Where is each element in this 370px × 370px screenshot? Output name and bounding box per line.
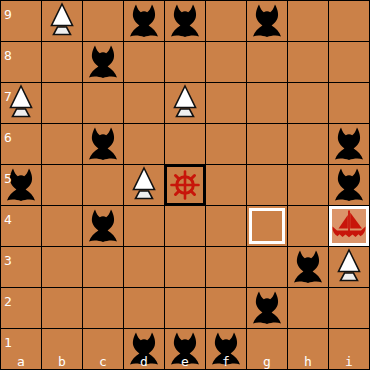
square-a1[interactable]: 1a (1, 329, 41, 369)
square-i6[interactable] (329, 124, 369, 164)
piece-white-triangle-pawn[interactable] (124, 165, 164, 205)
square-e9[interactable] (165, 1, 205, 41)
square-i5[interactable] (329, 165, 369, 205)
black-raven-icon (247, 1, 287, 41)
square-f8[interactable] (206, 42, 246, 82)
piece-black-raven-pawn[interactable] (247, 1, 287, 41)
square-e4[interactable] (165, 206, 205, 246)
square-i1[interactable]: i (329, 329, 369, 369)
square-e1[interactable]: e (165, 329, 205, 369)
square-a7[interactable]: 7 (1, 83, 41, 123)
square-i9[interactable] (329, 1, 369, 41)
file-label-f: f (222, 355, 230, 368)
black-raven-icon (288, 247, 328, 287)
square-c6[interactable] (83, 124, 123, 164)
square-f2[interactable] (206, 288, 246, 328)
square-i7[interactable] (329, 83, 369, 123)
square-d1[interactable]: d (124, 329, 164, 369)
square-g8[interactable] (247, 42, 287, 82)
white-pawn-icon (329, 247, 369, 287)
square-h1[interactable]: h (288, 329, 328, 369)
square-a6[interactable]: 6 (1, 124, 41, 164)
square-b4[interactable] (42, 206, 82, 246)
file-label-d: d (140, 355, 148, 368)
file-label-i: i (345, 355, 353, 368)
square-b5[interactable] (42, 165, 82, 205)
black-raven-icon (124, 1, 164, 41)
square-f4[interactable] (206, 206, 246, 246)
game-board: 987654321abcdefghi (0, 0, 370, 370)
square-c5[interactable] (83, 165, 123, 205)
square-b6[interactable] (42, 124, 82, 164)
square-e7[interactable] (165, 83, 205, 123)
square-i2[interactable] (329, 288, 369, 328)
square-f3[interactable] (206, 247, 246, 287)
square-e6[interactable] (165, 124, 205, 164)
square-h8[interactable] (288, 42, 328, 82)
square-d7[interactable] (124, 83, 164, 123)
rank-label-1: 1 (4, 336, 12, 349)
rank-label-5: 5 (4, 172, 12, 185)
square-h2[interactable] (288, 288, 328, 328)
black-raven-icon (329, 124, 369, 164)
square-c4[interactable] (83, 206, 123, 246)
piece-white-triangle-pawn[interactable] (329, 247, 369, 287)
square-c3[interactable] (83, 247, 123, 287)
square-d4[interactable] (124, 206, 164, 246)
square-f7[interactable] (206, 83, 246, 123)
square-g9[interactable] (247, 1, 287, 41)
file-label-c: c (99, 355, 107, 368)
file-label-g: g (263, 355, 271, 368)
black-raven-icon (83, 124, 123, 164)
square-h7[interactable] (288, 83, 328, 123)
piece-black-raven-pawn[interactable] (288, 247, 328, 287)
rank-label-2: 2 (4, 295, 12, 308)
file-label-e: e (181, 355, 189, 368)
piece-black-raven-pawn[interactable] (165, 1, 205, 41)
square-f5[interactable] (206, 165, 246, 205)
piece-red-ship[interactable] (329, 206, 369, 246)
square-b9[interactable] (42, 1, 82, 41)
square-b7[interactable] (42, 83, 82, 123)
piece-black-raven-pawn[interactable] (83, 206, 123, 246)
white-pawn-icon (124, 165, 164, 205)
square-a2[interactable]: 2 (1, 288, 41, 328)
square-c2[interactable] (83, 288, 123, 328)
black-raven-icon (83, 42, 123, 82)
rank-label-3: 3 (4, 254, 12, 267)
square-g7[interactable] (247, 83, 287, 123)
rank-label-9: 9 (4, 8, 12, 21)
square-h4[interactable] (288, 206, 328, 246)
piece-white-triangle-pawn[interactable] (165, 83, 205, 123)
black-raven-icon (329, 165, 369, 205)
rank-label-8: 8 (4, 49, 12, 62)
square-a4[interactable]: 4 (1, 206, 41, 246)
piece-black-raven-pawn[interactable] (329, 165, 369, 205)
square-e8[interactable] (165, 42, 205, 82)
piece-red-helm-king[interactable] (165, 165, 205, 205)
square-c7[interactable] (83, 83, 123, 123)
square-i8[interactable] (329, 42, 369, 82)
white-pawn-icon (42, 1, 82, 41)
square-d3[interactable] (124, 247, 164, 287)
square-d9[interactable] (124, 1, 164, 41)
black-raven-icon (247, 288, 287, 328)
square-f1[interactable]: f (206, 329, 246, 369)
piece-black-raven-pawn[interactable] (124, 1, 164, 41)
square-g4[interactable] (247, 206, 287, 246)
square-d2[interactable] (124, 288, 164, 328)
square-b2[interactable] (42, 288, 82, 328)
square-d6[interactable] (124, 124, 164, 164)
square-f9[interactable] (206, 1, 246, 41)
ship-icon (329, 206, 369, 246)
square-a3[interactable]: 3 (1, 247, 41, 287)
helm-wheel-icon (165, 165, 205, 205)
square-h5[interactable] (288, 165, 328, 205)
square-b8[interactable] (42, 42, 82, 82)
piece-white-triangle-pawn[interactable] (42, 1, 82, 41)
white-pawn-icon (165, 83, 205, 123)
square-h3[interactable] (288, 247, 328, 287)
square-g6[interactable] (247, 124, 287, 164)
piece-black-raven-pawn[interactable] (83, 124, 123, 164)
square-a5[interactable]: 5 (1, 165, 41, 205)
square-g5[interactable] (247, 165, 287, 205)
square-f6[interactable] (206, 124, 246, 164)
rank-label-7: 7 (4, 90, 12, 103)
file-label-a: a (17, 355, 25, 368)
rank-label-4: 4 (4, 213, 12, 226)
rank-label-6: 6 (4, 131, 12, 144)
square-c1[interactable]: c (83, 329, 123, 369)
square-e5[interactable] (165, 165, 205, 205)
black-raven-icon (165, 1, 205, 41)
square-g1[interactable]: g (247, 329, 287, 369)
piece-black-raven-pawn[interactable] (83, 42, 123, 82)
square-c9[interactable] (83, 1, 123, 41)
square-a9[interactable]: 9 (1, 1, 41, 41)
file-label-h: h (304, 355, 312, 368)
square-e3[interactable] (165, 247, 205, 287)
square-c8[interactable] (83, 42, 123, 82)
piece-black-raven-pawn[interactable] (329, 124, 369, 164)
square-a8[interactable]: 8 (1, 42, 41, 82)
square-b1[interactable]: b (42, 329, 82, 369)
piece-black-raven-pawn[interactable] (247, 288, 287, 328)
square-i4[interactable] (329, 206, 369, 246)
square-e2[interactable] (165, 288, 205, 328)
square-i3[interactable] (329, 247, 369, 287)
square-h9[interactable] (288, 1, 328, 41)
black-raven-icon (83, 206, 123, 246)
file-label-b: b (58, 355, 66, 368)
square-h6[interactable] (288, 124, 328, 164)
square-d5[interactable] (124, 165, 164, 205)
square-b3[interactable] (42, 247, 82, 287)
square-g3[interactable] (247, 247, 287, 287)
square-g2[interactable] (247, 288, 287, 328)
square-d8[interactable] (124, 42, 164, 82)
